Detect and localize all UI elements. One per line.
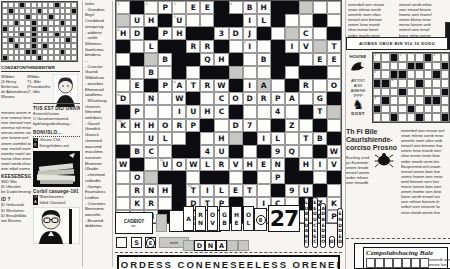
mini-grid-cell[interactable]: [398, 113, 406, 122]
grid-cell-r1c11[interactable]: [271, 14, 285, 27]
mini-grid-cell[interactable]: [407, 53, 415, 62]
mini-grid-cell[interactable]: [390, 96, 398, 105]
grid-cell-r0c0[interactable]: 1: [116, 1, 130, 14]
grid-cell-r1c0[interactable]: [116, 14, 130, 27]
vertical-answer-strips[interactable]: LUBEDARCEEDUCEECADBEDDODENDDED: [301, 178, 343, 248]
grid-cell-r9c9[interactable]: 7: [243, 119, 257, 132]
grid-cell-r12c2[interactable]: [144, 158, 158, 171]
grid-cell-r5c1[interactable]: [130, 66, 144, 79]
grid-cell-r0c6[interactable]: E: [200, 1, 214, 14]
grid-cell-r6c9[interactable]: I: [243, 79, 257, 92]
mini-grid-cell[interactable]: [407, 88, 415, 97]
gray-cell[interactable]: [238, 240, 249, 251]
grid-cell-r12c12[interactable]: [285, 158, 299, 171]
grid-cell-r0c2[interactable]: 2: [144, 1, 158, 14]
grid-cell-r3c12[interactable]: I: [285, 40, 299, 53]
grid-cell-r11c2[interactable]: C: [144, 145, 158, 158]
mini-grid-cell[interactable]: [424, 79, 432, 88]
grid-cell-r1c15[interactable]: [327, 14, 341, 27]
grid-cell-r2c12[interactable]: [285, 27, 299, 40]
grid-cell-r0c4[interactable]: 3: [172, 1, 186, 14]
grid-cell-r14c11[interactable]: [271, 184, 285, 197]
letter-pair-cell[interactable]: OV: [207, 206, 218, 231]
grid-cell-r12c13[interactable]: H: [299, 158, 313, 171]
mini-grid-cell[interactable]: [415, 70, 423, 79]
big-answer-number-cell[interactable]: 27: [268, 205, 300, 232]
letter-pair-cell[interactable]: GB: [219, 206, 230, 231]
grid-cell-r9c7[interactable]: [214, 119, 228, 132]
grid-cell-r4c15[interactable]: E: [327, 53, 341, 66]
answer-cell-s[interactable]: S: [131, 237, 142, 248]
grid-cell-r10c9[interactable]: [243, 132, 257, 145]
gray-cell[interactable]: [227, 240, 238, 251]
grid-cell-r14c7[interactable]: L: [214, 184, 228, 197]
grid-cell-r4c9[interactable]: [243, 53, 257, 66]
mini-grid-cell[interactable]: [398, 79, 406, 88]
mini-grid-cell[interactable]: [441, 53, 449, 62]
mini-grid-cell[interactable]: [432, 70, 440, 79]
grid-cell-r1c2[interactable]: H: [144, 14, 158, 27]
grid-cell-r9c15[interactable]: [327, 119, 341, 132]
grid-cell-r4c0[interactable]: [116, 53, 130, 66]
grid-cell-r3c14[interactable]: [313, 40, 327, 53]
grid-cell-r3c7[interactable]: [214, 40, 228, 53]
grid-cell-r7c11[interactable]: P: [271, 92, 285, 105]
grid-cell-r9c11[interactable]: [271, 119, 285, 132]
grid-cell-r3c5[interactable]: R: [186, 40, 200, 53]
mini-grid-cell[interactable]: [432, 88, 440, 97]
vertical-answer-word[interactable]: D: [329, 236, 335, 248]
grid-cell-r1c12[interactable]: [285, 14, 299, 27]
grid-cell-r12c11[interactable]: N: [271, 158, 285, 171]
grid-cell-r3c1[interactable]: [130, 40, 144, 53]
grid-cell-r3c0[interactable]: [116, 40, 130, 53]
mini-grid-cell[interactable]: [424, 105, 432, 114]
grid-cell-r7c5[interactable]: [186, 92, 200, 105]
grid-cell-r1c6[interactable]: [200, 14, 214, 27]
grid-cell-r6c6[interactable]: R: [200, 79, 214, 92]
grid-cell-r11c3[interactable]: [158, 145, 172, 158]
grid-cell-r4c8[interactable]: [229, 53, 243, 66]
grid-cell-r6c3[interactable]: P: [158, 79, 172, 92]
grid-cell-r1c1[interactable]: U: [130, 14, 144, 27]
letter-pair-cell[interactable]: HE: [231, 206, 242, 231]
mini-grid-cell[interactable]: [398, 62, 406, 71]
grid-cell-r1c13[interactable]: [299, 14, 313, 27]
grid-cell-r6c1[interactable]: E: [130, 79, 144, 92]
mini-grid-cell[interactable]: [415, 62, 423, 71]
mini-grid-cell[interactable]: [441, 70, 449, 79]
mini-grid-cell[interactable]: [441, 62, 449, 71]
grid-cell-r1c5[interactable]: [186, 14, 200, 27]
mini-grid-cell[interactable]: [407, 70, 415, 79]
mini-grid-cell[interactable]: [373, 79, 381, 88]
letter-pair-cell[interactable]: A: [183, 206, 194, 231]
grid-cell-r5c8[interactable]: [229, 66, 243, 79]
grid-cell-r4c7[interactable]: H: [214, 53, 228, 66]
grid-cell-r14c9[interactable]: T: [243, 184, 257, 197]
mini-grid-cell[interactable]: [398, 96, 406, 105]
mini-grid-cell[interactable]: 7: [415, 105, 423, 114]
mini-grid-cell[interactable]: [373, 88, 381, 97]
grid-cell-r6c2[interactable]: [144, 79, 158, 92]
mini-grid-cell[interactable]: [390, 113, 398, 122]
grid-cell-r2c5[interactable]: [186, 27, 200, 40]
grid-cell-r0c7[interactable]: [214, 1, 228, 14]
mini-grid-cell[interactable]: [390, 70, 398, 79]
mini-grid-cell[interactable]: [390, 105, 398, 114]
grid-cell-r11c4[interactable]: [172, 145, 186, 158]
grid-cell-r2c8[interactable]: D: [229, 27, 243, 40]
grid-cell-r10c6[interactable]: [200, 132, 214, 145]
grid-cell-r4c6[interactable]: Q: [200, 53, 214, 66]
grid-cell-r8c1[interactable]: P: [130, 105, 144, 118]
mini-grid-cell[interactable]: 5: [390, 79, 398, 88]
grid-cell-r2c14[interactable]: [313, 27, 327, 40]
grid-cell-r0c11[interactable]: [271, 1, 285, 14]
grid-cell-r2c10[interactable]: [257, 27, 271, 40]
grid-cell-r2c3[interactable]: P: [158, 27, 172, 40]
mini-grid-cell[interactable]: [441, 96, 449, 105]
grid-cell-r14c1[interactable]: R: [130, 184, 144, 197]
grid-cell-r3c2[interactable]: L: [144, 40, 158, 53]
grid-cell-r2c0[interactable]: H6: [116, 27, 130, 40]
grid-cell-r9c3[interactable]: O: [158, 119, 172, 132]
grid-cell-r11c0[interactable]: [116, 145, 130, 158]
grid-cell-r10c3[interactable]: L: [158, 132, 172, 145]
grid-cell-r14c8[interactable]: E: [229, 184, 243, 197]
mini-grid-cell[interactable]: [432, 105, 440, 114]
grid-cell-r4c3[interactable]: B: [158, 53, 172, 66]
grid-cell-r5c3[interactable]: [158, 66, 172, 79]
mini-grid-cell[interactable]: [407, 96, 415, 105]
mini-grid-cell[interactable]: [381, 79, 389, 88]
grid-cell-r7c9[interactable]: D: [243, 92, 257, 105]
grid-cell-r8c8[interactable]: [229, 105, 243, 118]
mini-grid-cell[interactable]: [398, 88, 406, 97]
mini-grid-cell[interactable]: [415, 96, 423, 105]
grid-cell-r6c0[interactable]: [116, 79, 130, 92]
grid-cell-r7c8[interactable]: O: [229, 92, 243, 105]
mini-grid-cell[interactable]: [381, 113, 389, 122]
dna-letter-cell[interactable]: A: [216, 240, 227, 251]
grid-cell-r6c15[interactable]: O: [327, 79, 341, 92]
icon-list-item[interactable]: KKiergelnilime.ent: [33, 143, 80, 148]
grid-cell-r9c5[interactable]: P: [186, 119, 200, 132]
grid-cell-r12c6[interactable]: L: [200, 158, 214, 171]
grid-cell-r9c2[interactable]: H: [144, 119, 158, 132]
grid-cell-r2c13[interactable]: C: [299, 27, 313, 40]
grid-cell-r12c7[interactable]: R: [214, 158, 228, 171]
grid-cell-r10c7[interactable]: H: [214, 132, 228, 145]
mini-grid-cell[interactable]: [407, 62, 415, 71]
mini-grid-cell[interactable]: 4: [373, 70, 381, 79]
grid-cell-r11c9[interactable]: [243, 145, 257, 158]
grid-cell-r2c15[interactable]: [327, 27, 341, 40]
grid-cell-r13c6[interactable]: [200, 171, 214, 184]
mini-grid-cell[interactable]: [424, 62, 432, 71]
grid-cell-r8c2[interactable]: [144, 105, 158, 118]
grid-cell-r2c9[interactable]: J: [243, 27, 257, 40]
newspapers-photo[interactable]: [33, 151, 80, 187]
grid-cell-r3c11[interactable]: [271, 40, 285, 53]
grid-cell-r9c0[interactable]: K10: [116, 119, 130, 132]
grid-cell-r7c7[interactable]: C: [214, 92, 228, 105]
grid-cell-r12c3[interactable]: U11: [158, 158, 172, 171]
grid-cell-r11c13[interactable]: [299, 145, 313, 158]
mini-grid-cell[interactable]: [390, 88, 398, 97]
grid-cell-r0c9[interactable]: B: [243, 1, 257, 14]
vertical-answer-word[interactable]: LUBEDARC: [304, 197, 310, 248]
grid-cell-r0c3[interactable]: P: [158, 1, 172, 14]
mini-grid-cell[interactable]: [415, 88, 423, 97]
grid-cell-r3c4[interactable]: [172, 40, 186, 53]
grid-cell-r4c1[interactable]: [130, 53, 144, 66]
answer-cell-e-circled[interactable]: E: [145, 237, 156, 248]
grid-cell-r10c5[interactable]: [186, 132, 200, 145]
right-crossword-grid[interactable]: 1234567: [372, 52, 450, 123]
mini-grid-cell[interactable]: [432, 79, 440, 88]
grid-cell-r12c15[interactable]: V: [327, 158, 341, 171]
grid-cell-r5c5[interactable]: [186, 66, 200, 79]
grid-cell-r13c5[interactable]: [186, 171, 200, 184]
grid-cell-r8c15[interactable]: [327, 105, 341, 118]
grid-cell-r4c5[interactable]: [186, 53, 200, 66]
mini-grid-cell[interactable]: [424, 96, 432, 105]
mini-grid-cell[interactable]: [373, 113, 381, 122]
grid-cell-r2c6[interactable]: [200, 27, 214, 40]
grid-cell-r7c10[interactable]: R: [257, 92, 271, 105]
grid-cell-r1c8[interactable]: [229, 14, 243, 27]
grid-cell-r5c15[interactable]: [327, 66, 341, 79]
grid-cell-r5c14[interactable]: [313, 66, 327, 79]
grid-cell-r9c4[interactable]: R: [172, 119, 186, 132]
grid-cell-r10c0[interactable]: [116, 132, 130, 145]
grid-cell-r6c11[interactable]: [271, 79, 285, 92]
grid-cell-r4c2[interactable]: [144, 53, 158, 66]
grid-cell-r13c0[interactable]: [116, 171, 130, 184]
mini-grid-cell[interactable]: [381, 96, 389, 105]
grid-cell-r11c6[interactable]: 4: [200, 145, 214, 158]
grid-cell-r4c10[interactable]: B: [257, 53, 271, 66]
grid-cell-r12c10[interactable]: E: [257, 158, 271, 171]
vertical-answer-word[interactable]: EEDUCEEC: [312, 197, 318, 248]
grid-cell-r0c1[interactable]: [130, 1, 144, 14]
grid-cell-r13c1[interactable]: O: [130, 171, 144, 184]
mini-grid-cell[interactable]: [424, 53, 432, 62]
grid-cell-r12c14[interactable]: I: [313, 158, 327, 171]
grid-cell-r1c9[interactable]: I: [243, 14, 257, 27]
grid-cell-r1c10[interactable]: L: [257, 14, 271, 27]
grid-cell-r6c7[interactable]: W: [214, 79, 228, 92]
grid-cell-r8c0[interactable]: [116, 105, 130, 118]
grid-cell-r0c15[interactable]: [327, 1, 341, 14]
grid-cell-r9c14[interactable]: [313, 119, 327, 132]
grid-cell-r2c4[interactable]: H: [172, 27, 186, 40]
grid-cell-r10c10[interactable]: I: [257, 132, 271, 145]
grid-cell-r6c13[interactable]: R: [299, 79, 313, 92]
mini-grid-cell[interactable]: [441, 88, 449, 97]
grid-cell-r5c4[interactable]: [172, 66, 186, 79]
dna-letter-cell[interactable]: D: [194, 240, 205, 251]
grid-cell-r1c3[interactable]: [158, 14, 172, 27]
grid-cell-r5c13[interactable]: [299, 66, 313, 79]
mini-grid-cell[interactable]: 3: [432, 53, 440, 62]
grid-cell-r4c12[interactable]: [285, 53, 299, 66]
vertical-answer-word[interactable]: ADBEDDO: [320, 203, 326, 248]
grid-cell-r7c14[interactable]: G: [313, 92, 327, 105]
vertical-answer-word[interactable]: ENDDED: [337, 208, 343, 248]
grid-cell-r14c6[interactable]: I: [200, 184, 214, 197]
grid-cell-r4c13[interactable]: [299, 53, 313, 66]
grid-cell-r12c1[interactable]: [130, 158, 144, 171]
grid-cell-r0c14[interactable]: [313, 1, 327, 14]
grid-cell-r12c8[interactable]: V: [229, 158, 243, 171]
grid-cell-r8c9[interactable]: [243, 105, 257, 118]
grid-cell-r0c8[interactable]: 4: [229, 1, 243, 14]
mini-grid-cell[interactable]: [390, 53, 398, 62]
grid-cell-r9c1[interactable]: H: [130, 119, 144, 132]
grid-cell-r6c14[interactable]: [313, 79, 327, 92]
mini-grid-cell[interactable]: 2: [398, 53, 406, 62]
grid-cell-r10c11[interactable]: L: [271, 132, 285, 145]
grid-cell-r5c11[interactable]: [271, 66, 285, 79]
grid-cell-r12c5[interactable]: W: [186, 158, 200, 171]
grid-cell-r14c4[interactable]: [172, 184, 186, 197]
grid-cell-r14c3[interactable]: H: [158, 184, 172, 197]
mini-grid-cell[interactable]: [381, 62, 389, 71]
grid-cell-r11c8[interactable]: [229, 145, 243, 158]
grid-cell-r7c3[interactable]: [158, 92, 172, 105]
grid-cell-r2c2[interactable]: [144, 27, 158, 40]
grid-cell-r8c12[interactable]: [285, 105, 299, 118]
grid-cell-r8c14[interactable]: T: [313, 105, 327, 118]
grid-cell-r0c10[interactable]: H: [257, 1, 271, 14]
grid-cell-r5c10[interactable]: [257, 66, 271, 79]
grid-cell-r7c13[interactable]: [299, 92, 313, 105]
grid-cell-r5c0[interactable]: [116, 66, 130, 79]
grid-cell-r14c5[interactable]: T12: [186, 184, 200, 197]
grid-cell-r11c11[interactable]: 9: [271, 145, 285, 158]
grid-cell-r3c13[interactable]: V: [299, 40, 313, 53]
mini-grid-cell[interactable]: [407, 113, 415, 122]
grid-cell-r12c4[interactable]: O: [172, 158, 186, 171]
mini-grid-cell[interactable]: [441, 79, 449, 88]
grid-cell-r13c4[interactable]: [172, 171, 186, 184]
mini-grid-cell[interactable]: [441, 105, 449, 114]
circled-eight-cell[interactable]: 8: [254, 208, 267, 231]
grid-cell-r10c15[interactable]: [327, 132, 341, 145]
bottom-right-cells[interactable]: [366, 258, 429, 268]
grid-cell-r5c2[interactable]: B: [144, 66, 158, 79]
mini-grid-cell[interactable]: [441, 113, 449, 122]
grid-cell-r7c2[interactable]: N: [144, 92, 158, 105]
grid-cell-r9c8[interactable]: D: [229, 119, 243, 132]
dna-letter-cell[interactable]: N: [205, 240, 216, 251]
grid-cell-r13c3[interactable]: [158, 171, 172, 184]
grid-cell-r10c8[interactable]: [229, 132, 243, 145]
grid-cell-r13c2[interactable]: [144, 171, 158, 184]
grid-cell-r11c10[interactable]: [257, 145, 271, 158]
grid-cell-r11c15[interactable]: W: [327, 145, 341, 158]
grid-cell-r13c10[interactable]: [257, 171, 271, 184]
grid-cell-r8c10[interactable]: [257, 105, 271, 118]
grid-cell-r11c7[interactable]: U: [214, 145, 228, 158]
grid-cell-r12c9[interactable]: H: [243, 158, 257, 171]
grid-cell-r11c5[interactable]: [186, 145, 200, 158]
mini-grid-cell[interactable]: [381, 88, 389, 97]
grid-cell-r9c6[interactable]: [200, 119, 214, 132]
grid-cell-r7c0[interactable]: D9: [116, 92, 130, 105]
grid-cell-r4c14[interactable]: E: [313, 53, 327, 66]
grid-cell-r0c13[interactable]: [299, 1, 313, 14]
grid-cell-r14c10[interactable]: [257, 184, 271, 197]
grid-cell-r9c13[interactable]: [299, 119, 313, 132]
answer-letter-pairs[interactable]: ARNOVGBHEOL: [183, 206, 255, 231]
grid-cell-r10c1[interactable]: [130, 132, 144, 145]
mini-grid-cell[interactable]: [373, 62, 381, 71]
grid-cell-r1c7[interactable]: [214, 14, 228, 27]
mini-grid-cell[interactable]: [424, 88, 432, 97]
grid-cell-r0c5[interactable]: E: [186, 1, 200, 14]
grid-cell-r3c6[interactable]: R: [200, 40, 214, 53]
grid-cell-r14c2[interactable]: N: [144, 184, 158, 197]
mini-grid-cell[interactable]: [398, 70, 406, 79]
grid-cell-r15c3[interactable]: [158, 197, 172, 210]
grid-cell-r8c5[interactable]: U: [186, 105, 200, 118]
grid-cell-r5c12[interactable]: [285, 66, 299, 79]
mini-grid-cell[interactable]: [381, 53, 389, 62]
mini-grid-cell[interactable]: [432, 113, 440, 122]
grid-cell-r8c6[interactable]: H: [200, 105, 214, 118]
grid-cell-r7c12[interactable]: A: [285, 92, 299, 105]
grid-cell-r11c14[interactable]: [313, 145, 327, 158]
grid-cell-r0c12[interactable]: [285, 1, 299, 14]
grid-cell-r2c1[interactable]: D: [130, 27, 144, 40]
mini-grid-cell[interactable]: [407, 79, 415, 88]
grid-cell-r1c14[interactable]: [313, 14, 327, 27]
secondary-crossword-grid[interactable]: [1, 1, 78, 62]
mini-grid-cell[interactable]: [373, 105, 381, 114]
grid-cell-r2c7[interactable]: 3: [214, 27, 228, 40]
mini-grid-cell[interactable]: [432, 62, 440, 71]
grid-cell-r6c4[interactable]: A8: [172, 79, 186, 92]
grid-cell-r7c6[interactable]: [200, 92, 214, 105]
mini-grid-cell[interactable]: [415, 53, 423, 62]
mini-grid-cell[interactable]: [381, 70, 389, 79]
grid-cell-r8c3[interactable]: [158, 105, 172, 118]
grid-cell-r4c4[interactable]: [172, 53, 186, 66]
grid-cell-r10c13[interactable]: T: [299, 132, 313, 145]
grid-cell-r11c1[interactable]: B: [130, 145, 144, 158]
grid-cell-r10c14[interactable]: B: [313, 132, 327, 145]
grid-cell-r13c9[interactable]: [243, 171, 257, 184]
mini-grid-cell[interactable]: [390, 62, 398, 71]
mini-grid-cell[interactable]: [415, 79, 423, 88]
gray-cell[interactable]: [183, 240, 194, 251]
grid-cell-r8c13[interactable]: [299, 105, 313, 118]
grid-cell-r10c4[interactable]: [172, 132, 186, 145]
grid-cell-r3c3[interactable]: [158, 40, 172, 53]
grid-cell-r3c8[interactable]: [229, 40, 243, 53]
mini-grid-cell[interactable]: [424, 113, 432, 122]
mini-grid-cell[interactable]: 6: [373, 96, 381, 105]
mini-grid-cell[interactable]: [424, 70, 432, 79]
grid-cell-r13c12[interactable]: [285, 171, 299, 184]
grid-cell-r10c2[interactable]: U: [144, 132, 158, 145]
grid-cell-r10c12[interactable]: [285, 132, 299, 145]
letter-pair-cell[interactable]: OL: [243, 206, 254, 231]
